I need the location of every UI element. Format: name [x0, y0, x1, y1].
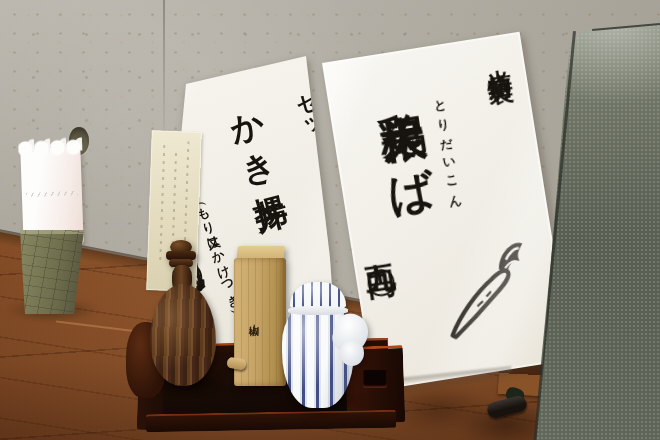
- pot-lid-rim: [288, 306, 348, 315]
- pot-spout-tip: [340, 340, 364, 366]
- sansho-box-label: 山椒: [248, 316, 259, 320]
- blue-striped-soy-pot: [278, 282, 366, 412]
- set-menu-item: かき揚丼: [221, 87, 277, 181]
- restaurant-counter-scene: セットメニュー かき揚丼 （もり又はかけつき） 九八〇円 当店特製 鶏大根そば …: [0, 0, 660, 440]
- tray-right-handle-cutout: [363, 370, 387, 388]
- gourd-shichimi-shaker: [148, 240, 220, 392]
- daikon-illustration: [428, 228, 547, 347]
- dish-title: 鶏大根そば: [370, 74, 435, 193]
- dish-furigana: とりだいこん: [432, 90, 463, 206]
- gourd-body: [150, 284, 216, 386]
- specialty-label: 当店特製: [480, 48, 508, 64]
- tray-front-wall: [146, 410, 396, 432]
- dish-price: 九五〇円: [358, 237, 391, 254]
